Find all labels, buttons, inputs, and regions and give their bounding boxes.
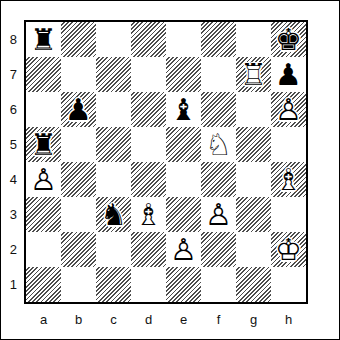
square-a6[interactable] — [26, 92, 61, 127]
square-h2[interactable]: ♚♔ — [271, 232, 306, 267]
square-g8[interactable] — [236, 22, 271, 57]
square-g4[interactable] — [236, 162, 271, 197]
square-a3[interactable] — [26, 197, 61, 232]
square-a1[interactable] — [26, 267, 61, 302]
square-f1[interactable] — [201, 267, 236, 302]
file-label-g: g — [236, 306, 271, 332]
rank-label-2: 2 — [1, 232, 20, 267]
piece-black-pawn: ♟♟ — [61, 92, 96, 127]
square-h8[interactable]: ♚♚ — [271, 22, 306, 57]
piece-white-king: ♚♔ — [271, 232, 306, 267]
square-d6[interactable] — [131, 92, 166, 127]
square-f5[interactable]: ♞♘ — [201, 127, 236, 162]
file-labels: abcdefgh — [26, 306, 306, 332]
piece-white-pawn: ♟♙ — [201, 197, 236, 232]
piece-white-pawn: ♟♙ — [26, 162, 61, 197]
square-c7[interactable] — [96, 57, 131, 92]
square-b6[interactable]: ♟♟ — [61, 92, 96, 127]
square-b3[interactable] — [61, 197, 96, 232]
square-e4[interactable] — [166, 162, 201, 197]
square-b7[interactable] — [61, 57, 96, 92]
square-c5[interactable] — [96, 127, 131, 162]
square-g5[interactable] — [236, 127, 271, 162]
square-f2[interactable] — [201, 232, 236, 267]
square-f7[interactable] — [201, 57, 236, 92]
square-f4[interactable] — [201, 162, 236, 197]
piece-black-knight: ♞♞ — [96, 197, 131, 232]
square-e7[interactable] — [166, 57, 201, 92]
rank-label-5: 5 — [1, 127, 20, 162]
square-d4[interactable] — [131, 162, 166, 197]
square-c6[interactable] — [96, 92, 131, 127]
square-h1[interactable] — [271, 267, 306, 302]
square-c8[interactable] — [96, 22, 131, 57]
rank-label-4: 4 — [1, 162, 20, 197]
piece-black-rook: ♜♜ — [26, 22, 61, 57]
square-e5[interactable] — [166, 127, 201, 162]
square-b2[interactable] — [61, 232, 96, 267]
square-e1[interactable] — [166, 267, 201, 302]
square-f8[interactable] — [201, 22, 236, 57]
square-g2[interactable] — [236, 232, 271, 267]
rank-label-6: 6 — [1, 92, 20, 127]
square-c3[interactable]: ♞♞ — [96, 197, 131, 232]
square-a2[interactable] — [26, 232, 61, 267]
square-e2[interactable]: ♟♙ — [166, 232, 201, 267]
file-label-b: b — [61, 306, 96, 332]
square-d8[interactable] — [131, 22, 166, 57]
piece-white-bishop: ♝♗ — [131, 197, 166, 232]
rank-label-8: 8 — [1, 22, 20, 57]
square-e3[interactable] — [166, 197, 201, 232]
square-g1[interactable] — [236, 267, 271, 302]
square-a4[interactable]: ♟♙ — [26, 162, 61, 197]
square-g3[interactable] — [236, 197, 271, 232]
square-c4[interactable] — [96, 162, 131, 197]
rank-label-1: 1 — [1, 267, 20, 302]
square-d2[interactable] — [131, 232, 166, 267]
piece-white-rook: ♜♖ — [236, 57, 271, 92]
square-d1[interactable] — [131, 267, 166, 302]
piece-white-pawn: ♟♙ — [271, 92, 306, 127]
piece-white-bishop: ♝♗ — [271, 162, 306, 197]
file-label-d: d — [131, 306, 166, 332]
square-b8[interactable] — [61, 22, 96, 57]
square-d5[interactable] — [131, 127, 166, 162]
rank-label-3: 3 — [1, 197, 20, 232]
piece-black-pawn: ♟♟ — [271, 57, 306, 92]
file-label-f: f — [201, 306, 236, 332]
square-b1[interactable] — [61, 267, 96, 302]
square-g6[interactable] — [236, 92, 271, 127]
square-h6[interactable]: ♟♙ — [271, 92, 306, 127]
piece-black-rook: ♜♜ — [26, 127, 61, 162]
square-h7[interactable]: ♟♟ — [271, 57, 306, 92]
file-label-a: a — [26, 306, 61, 332]
square-c2[interactable] — [96, 232, 131, 267]
square-e8[interactable] — [166, 22, 201, 57]
piece-white-pawn: ♟♙ — [166, 232, 201, 267]
chess-diagram: ♜♜♚♚♜♖♟♟♟♟♝♝♟♙♜♜♞♘♟♙♝♗♞♞♝♗♟♙♟♙♚♔ 8765432… — [0, 0, 340, 340]
square-b4[interactable] — [61, 162, 96, 197]
piece-black-bishop: ♝♝ — [166, 92, 201, 127]
square-b5[interactable] — [61, 127, 96, 162]
square-a5[interactable]: ♜♜ — [26, 127, 61, 162]
square-h3[interactable] — [271, 197, 306, 232]
square-c1[interactable] — [96, 267, 131, 302]
square-d7[interactable] — [131, 57, 166, 92]
square-h4[interactable]: ♝♗ — [271, 162, 306, 197]
file-label-e: e — [166, 306, 201, 332]
file-label-c: c — [96, 306, 131, 332]
square-a8[interactable]: ♜♜ — [26, 22, 61, 57]
piece-white-knight: ♞♘ — [201, 127, 236, 162]
rank-labels: 87654321 — [1, 22, 20, 302]
file-label-h: h — [271, 306, 306, 332]
square-g7[interactable]: ♜♖ — [236, 57, 271, 92]
piece-black-king: ♚♚ — [271, 22, 306, 57]
square-f6[interactable] — [201, 92, 236, 127]
square-f3[interactable]: ♟♙ — [201, 197, 236, 232]
chess-board: ♜♜♚♚♜♖♟♟♟♟♝♝♟♙♜♜♞♘♟♙♝♗♞♞♝♗♟♙♟♙♚♔ — [24, 20, 308, 304]
rank-label-7: 7 — [1, 57, 20, 92]
square-h5[interactable] — [271, 127, 306, 162]
square-a7[interactable] — [26, 57, 61, 92]
square-e6[interactable]: ♝♝ — [166, 92, 201, 127]
square-d3[interactable]: ♝♗ — [131, 197, 166, 232]
